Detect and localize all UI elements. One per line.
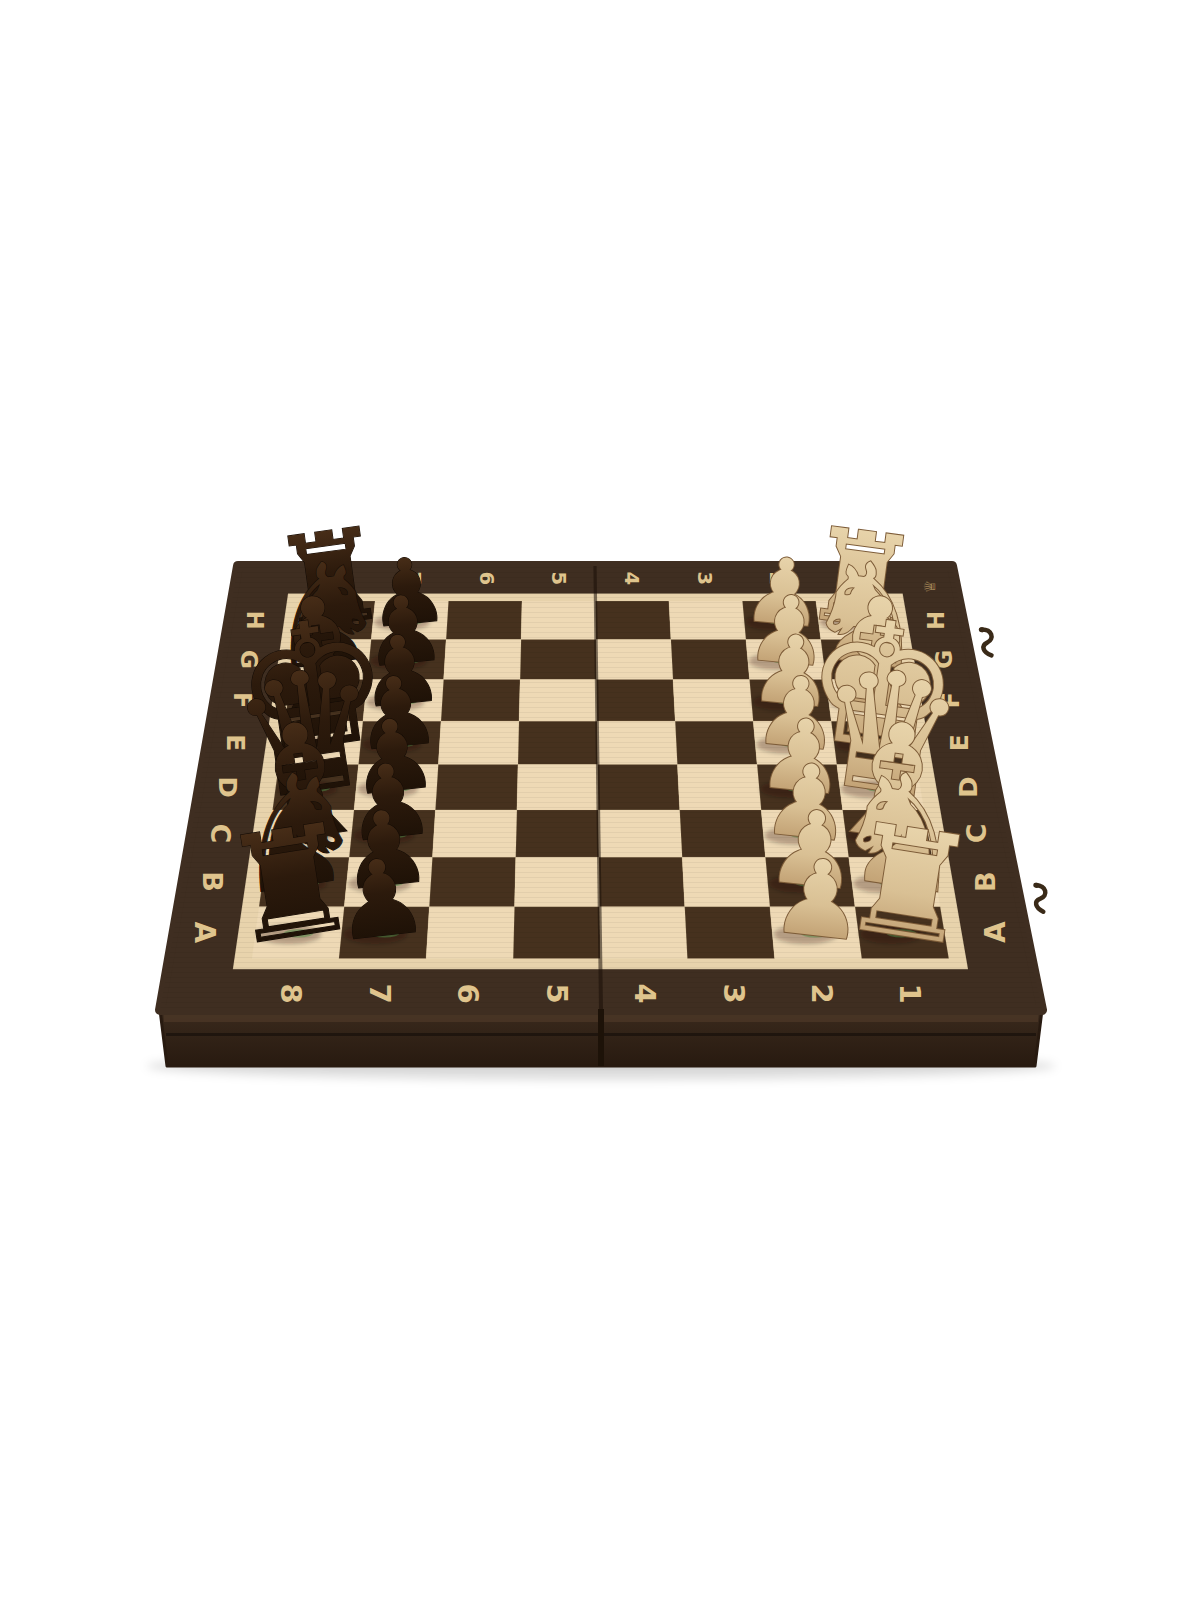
rank-label-bottom-6: 6 bbox=[451, 983, 485, 1003]
rank-label-top-5: 5 bbox=[547, 572, 570, 586]
piece-black-pawn-a7[interactable]: ♟ bbox=[327, 833, 434, 966]
clasp-hook-icon-1 bbox=[976, 627, 995, 656]
chessboard-scene: HHGGFFEEDDCCBBAA8877665544332211♕♜♟♟♜♞♟♟… bbox=[0, 0, 1200, 1600]
rank-label-bottom-2: 2 bbox=[805, 983, 839, 1003]
product-photo: HHGGFFEEDDCCBBAA8877665544332211♕♜♟♟♜♞♟♟… bbox=[0, 0, 1200, 1600]
rank-label-top-4: 4 bbox=[620, 572, 643, 586]
rank-label-bottom-4: 4 bbox=[628, 983, 662, 1003]
rank-label-bottom-5: 5 bbox=[540, 983, 574, 1003]
rank-label-top-3: 3 bbox=[693, 572, 716, 586]
clasp-hook-icon-2 bbox=[1028, 882, 1050, 912]
rank-label-bottom-1: 1 bbox=[893, 983, 927, 1003]
rank-label-top-6: 6 bbox=[475, 572, 498, 586]
rank-label-bottom-3: 3 bbox=[717, 983, 751, 1003]
piece-glyph: ♟ bbox=[327, 833, 434, 966]
piece-glyph: ♜ bbox=[830, 790, 988, 980]
folding-seam-side bbox=[598, 1009, 604, 1066]
rank-label-bottom-7: 7 bbox=[363, 983, 397, 1003]
file-label-left-a: A bbox=[188, 922, 221, 944]
file-label-right-a: A bbox=[979, 921, 1012, 943]
rank-label-bottom-8: 8 bbox=[274, 983, 308, 1003]
piece-white-rook-a1[interactable]: ♜ bbox=[830, 790, 988, 980]
